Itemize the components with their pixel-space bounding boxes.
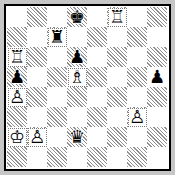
square-f8[interactable]: ♖ [107,7,127,27]
square-g7[interactable] [127,27,147,47]
square-h1[interactable] [147,147,167,167]
black-rook[interactable]: ♜ [48,28,67,47]
square-g2[interactable] [127,127,147,147]
square-e3[interactable] [87,107,107,127]
square-g1[interactable] [127,147,147,167]
square-c1[interactable] [47,147,67,167]
square-g8[interactable] [127,7,147,27]
square-d7[interactable] [67,27,87,47]
black-king[interactable]: ♚ [68,8,86,26]
square-d1[interactable] [67,147,87,167]
board-inner-gap: ♚♖♜♖♟♟♗♟♙♙♔♙♛ [6,6,169,169]
square-e7[interactable] [87,27,107,47]
square-a3[interactable] [7,107,27,127]
square-c8[interactable] [47,7,67,27]
square-c4[interactable] [47,87,67,107]
square-f5[interactable] [107,67,127,87]
square-d4[interactable] [67,87,87,107]
chess-board: ♚♖♜♖♟♟♗♟♙♙♔♙♛ [7,7,167,167]
square-g6[interactable] [127,47,147,67]
square-a4[interactable]: ♙ [7,87,27,107]
square-c3[interactable] [47,107,67,127]
square-e8[interactable] [87,7,107,27]
square-a1[interactable] [7,147,27,167]
square-b7[interactable] [27,27,47,47]
square-b6[interactable] [27,47,47,67]
black-queen[interactable]: ♛ [68,128,86,146]
square-a6[interactable]: ♖ [7,47,27,67]
square-d5[interactable]: ♗ [67,67,87,87]
black-pawn[interactable]: ♟ [8,68,26,86]
white-rook[interactable]: ♖ [8,48,27,67]
diagram-outer-margin: ♚♖♜♖♟♟♗♟♙♙♔♙♛ [0,0,175,175]
square-e1[interactable] [87,147,107,167]
square-b4[interactable] [27,87,47,107]
square-e6[interactable] [87,47,107,67]
square-e2[interactable] [87,127,107,147]
square-h6[interactable] [147,47,167,67]
square-d3[interactable] [67,107,87,127]
square-d8[interactable]: ♚ [67,7,87,27]
square-f7[interactable] [107,27,127,47]
square-h7[interactable] [147,27,167,47]
square-b2[interactable]: ♙ [27,127,47,147]
square-a8[interactable] [7,7,27,27]
square-d2[interactable]: ♛ [67,127,87,147]
square-g3[interactable]: ♙ [127,107,147,127]
black-pawn[interactable]: ♟ [148,68,166,86]
white-bishop[interactable]: ♗ [68,68,87,87]
square-b5[interactable] [27,67,47,87]
white-pawn[interactable]: ♙ [8,88,27,107]
square-b8[interactable] [27,7,47,27]
square-a5[interactable]: ♟ [7,67,27,87]
square-c7[interactable]: ♜ [47,27,67,47]
square-h5[interactable]: ♟ [147,67,167,87]
square-c5[interactable] [47,67,67,87]
black-pawn[interactable]: ♟ [68,48,86,66]
square-h2[interactable] [147,127,167,147]
square-c2[interactable] [47,127,67,147]
white-king[interactable]: ♔ [8,128,27,147]
square-f6[interactable] [107,47,127,67]
square-d6[interactable]: ♟ [67,47,87,67]
square-f3[interactable] [107,107,127,127]
square-f4[interactable] [107,87,127,107]
square-c6[interactable] [47,47,67,67]
square-g4[interactable] [127,87,147,107]
square-h3[interactable] [147,107,167,127]
square-f2[interactable] [107,127,127,147]
square-b3[interactable] [27,107,47,127]
square-a2[interactable]: ♔ [7,127,27,147]
square-e4[interactable] [87,87,107,107]
square-e5[interactable] [87,67,107,87]
square-g5[interactable] [127,67,147,87]
square-h4[interactable] [147,87,167,107]
square-a7[interactable] [7,27,27,47]
white-pawn[interactable]: ♙ [128,108,147,127]
white-rook[interactable]: ♖ [108,8,127,27]
board-frame: ♚♖♜♖♟♟♗♟♙♙♔♙♛ [4,4,171,171]
white-pawn[interactable]: ♙ [28,128,47,147]
square-b1[interactable] [27,147,47,167]
square-f1[interactable] [107,147,127,167]
square-h8[interactable] [147,7,167,27]
